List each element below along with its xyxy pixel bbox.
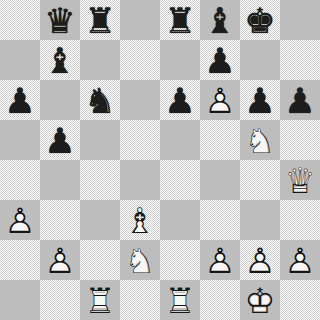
square-g1[interactable]: ♚♔ bbox=[240, 280, 280, 320]
square-c6[interactable]: ♞ bbox=[80, 80, 120, 120]
chess-board: ♛♜♜♝♚♝♟♟♞♟♟♙♟♟♟♞♘♛♕♟♙♝♗♟♙♞♘♟♙♟♙♟♙♜♖♜♖♚♔ bbox=[0, 0, 320, 320]
square-c3[interactable] bbox=[80, 200, 120, 240]
square-a4[interactable] bbox=[0, 160, 40, 200]
white-bishop-glyph: ♗ bbox=[120, 200, 160, 240]
square-h4[interactable]: ♛♕ bbox=[280, 160, 320, 200]
square-c8[interactable]: ♜ bbox=[80, 0, 120, 40]
white-knight-glyph: ♘ bbox=[240, 120, 280, 160]
square-h5[interactable] bbox=[280, 120, 320, 160]
square-b3[interactable] bbox=[40, 200, 80, 240]
square-h8[interactable] bbox=[280, 0, 320, 40]
piece-white-pawn[interactable]: ♟♙ bbox=[240, 240, 280, 280]
square-e1[interactable]: ♜♖ bbox=[160, 280, 200, 320]
black-pawn-glyph: ♟ bbox=[240, 80, 280, 120]
piece-black-queen[interactable]: ♛ bbox=[40, 0, 80, 40]
piece-black-pawn[interactable]: ♟ bbox=[280, 80, 320, 120]
square-a8[interactable] bbox=[0, 0, 40, 40]
black-king-glyph: ♚ bbox=[240, 0, 280, 40]
square-f6[interactable]: ♟♙ bbox=[200, 80, 240, 120]
white-rook-glyph: ♖ bbox=[80, 280, 120, 320]
piece-white-king[interactable]: ♚♔ bbox=[240, 280, 280, 320]
square-c7[interactable] bbox=[80, 40, 120, 80]
square-d7[interactable] bbox=[120, 40, 160, 80]
piece-black-bishop[interactable]: ♝ bbox=[200, 0, 240, 40]
square-e8[interactable]: ♜ bbox=[160, 0, 200, 40]
white-knight-glyph: ♘ bbox=[120, 240, 160, 280]
square-h1[interactable] bbox=[280, 280, 320, 320]
white-pawn-glyph: ♙ bbox=[280, 240, 320, 280]
square-d6[interactable] bbox=[120, 80, 160, 120]
square-g4[interactable] bbox=[240, 160, 280, 200]
piece-white-knight[interactable]: ♞♘ bbox=[240, 120, 280, 160]
square-d2[interactable]: ♞♘ bbox=[120, 240, 160, 280]
square-e4[interactable] bbox=[160, 160, 200, 200]
square-f4[interactable] bbox=[200, 160, 240, 200]
square-d5[interactable] bbox=[120, 120, 160, 160]
black-pawn-glyph: ♟ bbox=[160, 80, 200, 120]
piece-white-knight[interactable]: ♞♘ bbox=[120, 240, 160, 280]
black-pawn-glyph: ♟ bbox=[280, 80, 320, 120]
piece-black-rook[interactable]: ♜ bbox=[160, 0, 200, 40]
black-queen-glyph: ♛ bbox=[40, 0, 80, 40]
square-f1[interactable] bbox=[200, 280, 240, 320]
square-f8[interactable]: ♝ bbox=[200, 0, 240, 40]
black-rook-glyph: ♜ bbox=[80, 0, 120, 40]
white-king-glyph: ♔ bbox=[240, 280, 280, 320]
piece-white-pawn[interactable]: ♟♙ bbox=[200, 80, 240, 120]
square-g2[interactable]: ♟♙ bbox=[240, 240, 280, 280]
square-g7[interactable] bbox=[240, 40, 280, 80]
white-pawn-glyph: ♙ bbox=[240, 240, 280, 280]
square-e2[interactable] bbox=[160, 240, 200, 280]
square-b1[interactable] bbox=[40, 280, 80, 320]
square-d8[interactable] bbox=[120, 0, 160, 40]
square-e5[interactable] bbox=[160, 120, 200, 160]
square-g8[interactable]: ♚ bbox=[240, 0, 280, 40]
white-queen-glyph: ♕ bbox=[280, 160, 320, 200]
square-c2[interactable] bbox=[80, 240, 120, 280]
black-bishop-glyph: ♝ bbox=[40, 40, 80, 80]
square-g3[interactable] bbox=[240, 200, 280, 240]
square-h6[interactable]: ♟ bbox=[280, 80, 320, 120]
square-b4[interactable] bbox=[40, 160, 80, 200]
square-g5[interactable]: ♞♘ bbox=[240, 120, 280, 160]
square-h3[interactable] bbox=[280, 200, 320, 240]
square-a2[interactable] bbox=[0, 240, 40, 280]
black-pawn-glyph: ♟ bbox=[40, 120, 80, 160]
piece-white-pawn[interactable]: ♟♙ bbox=[40, 240, 80, 280]
square-c1[interactable]: ♜♖ bbox=[80, 280, 120, 320]
black-pawn-glyph: ♟ bbox=[0, 80, 40, 120]
piece-white-pawn[interactable]: ♟♙ bbox=[200, 240, 240, 280]
square-f3[interactable] bbox=[200, 200, 240, 240]
black-knight-glyph: ♞ bbox=[80, 80, 120, 120]
square-d4[interactable] bbox=[120, 160, 160, 200]
black-pawn-glyph: ♟ bbox=[200, 40, 240, 80]
piece-white-pawn[interactable]: ♟♙ bbox=[280, 240, 320, 280]
piece-black-pawn[interactable]: ♟ bbox=[240, 80, 280, 120]
piece-white-queen[interactable]: ♛♕ bbox=[280, 160, 320, 200]
piece-white-pawn[interactable]: ♟♙ bbox=[0, 200, 40, 240]
square-e6[interactable]: ♟ bbox=[160, 80, 200, 120]
square-b2[interactable]: ♟♙ bbox=[40, 240, 80, 280]
piece-white-rook[interactable]: ♜♖ bbox=[160, 280, 200, 320]
white-pawn-glyph: ♙ bbox=[200, 240, 240, 280]
square-a5[interactable] bbox=[0, 120, 40, 160]
square-f7[interactable]: ♟ bbox=[200, 40, 240, 80]
square-c5[interactable] bbox=[80, 120, 120, 160]
square-b6[interactable] bbox=[40, 80, 80, 120]
black-bishop-glyph: ♝ bbox=[200, 0, 240, 40]
square-a1[interactable] bbox=[0, 280, 40, 320]
square-e7[interactable] bbox=[160, 40, 200, 80]
white-rook-glyph: ♖ bbox=[160, 280, 200, 320]
square-c4[interactable] bbox=[80, 160, 120, 200]
square-h2[interactable]: ♟♙ bbox=[280, 240, 320, 280]
square-h7[interactable] bbox=[280, 40, 320, 80]
piece-white-bishop[interactable]: ♝♗ bbox=[120, 200, 160, 240]
square-a3[interactable]: ♟♙ bbox=[0, 200, 40, 240]
square-d3[interactable]: ♝♗ bbox=[120, 200, 160, 240]
square-a7[interactable] bbox=[0, 40, 40, 80]
black-rook-glyph: ♜ bbox=[160, 0, 200, 40]
white-pawn-glyph: ♙ bbox=[0, 200, 40, 240]
piece-white-rook[interactable]: ♜♖ bbox=[80, 280, 120, 320]
square-f2[interactable]: ♟♙ bbox=[200, 240, 240, 280]
white-pawn-glyph: ♙ bbox=[200, 80, 240, 120]
piece-black-pawn[interactable]: ♟ bbox=[40, 120, 80, 160]
piece-black-pawn[interactable]: ♟ bbox=[200, 40, 240, 80]
piece-black-pawn[interactable]: ♟ bbox=[0, 80, 40, 120]
square-a6[interactable]: ♟ bbox=[0, 80, 40, 120]
piece-black-pawn[interactable]: ♟ bbox=[160, 80, 200, 120]
piece-black-king[interactable]: ♚ bbox=[240, 0, 280, 40]
white-pawn-glyph: ♙ bbox=[40, 240, 80, 280]
square-d1[interactable] bbox=[120, 280, 160, 320]
piece-black-bishop[interactable]: ♝ bbox=[40, 40, 80, 80]
square-b7[interactable]: ♝ bbox=[40, 40, 80, 80]
piece-black-rook[interactable]: ♜ bbox=[80, 0, 120, 40]
square-g6[interactable]: ♟ bbox=[240, 80, 280, 120]
square-b8[interactable]: ♛ bbox=[40, 0, 80, 40]
square-e3[interactable] bbox=[160, 200, 200, 240]
square-b5[interactable]: ♟ bbox=[40, 120, 80, 160]
piece-black-knight[interactable]: ♞ bbox=[80, 80, 120, 120]
square-f5[interactable] bbox=[200, 120, 240, 160]
